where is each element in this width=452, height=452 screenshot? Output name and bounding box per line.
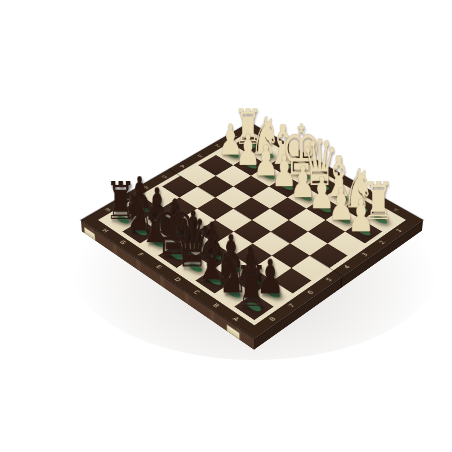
product-photo-chess-set: HGFEDCBA HGFEDCBA 12345678 12345678 ♜♞♝♚… [0,0,452,452]
perspective-container: HGFEDCBA HGFEDCBA 12345678 12345678 ♜♞♝♚… [0,0,452,452]
hinge-left [84,226,96,241]
chess-board: HGFEDCBA HGFEDCBA 12345678 12345678 ♜♞♝♚… [81,122,423,338]
piece-white-pawn[interactable]: ♟ [334,198,387,234]
hinge-right [227,324,240,340]
piece-black-rook[interactable]: ♜ [223,265,280,309]
